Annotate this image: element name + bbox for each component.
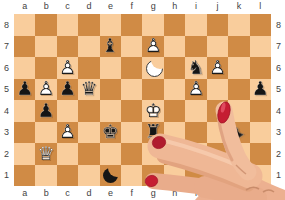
black-piece-glyph: ♚ <box>102 122 119 141</box>
rank-label-3: 3 <box>272 122 285 144</box>
square-f4[interactable] <box>121 100 142 122</box>
square-d4[interactable] <box>78 100 99 122</box>
square-l1[interactable] <box>250 165 271 187</box>
piece-white-queen[interactable]: ♛♕ <box>35 143 56 165</box>
square-k4[interactable] <box>228 100 249 122</box>
square-c6[interactable]: ♟♙ <box>57 57 78 79</box>
square-k7[interactable] <box>228 36 249 58</box>
black-piece-glyph: ♛ <box>80 79 97 98</box>
square-l2[interactable] <box>250 143 271 165</box>
square-l4[interactable] <box>250 100 271 122</box>
square-j2[interactable] <box>207 143 228 165</box>
square-k5[interactable] <box>228 79 249 101</box>
rank-label-6: 6 <box>272 57 285 79</box>
file-label-e: e <box>100 187 121 200</box>
square-a8[interactable] <box>14 14 35 36</box>
square-j8[interactable] <box>207 14 228 36</box>
square-i8[interactable] <box>185 14 206 36</box>
square-g7[interactable]: ♟♙ <box>142 36 163 58</box>
piece-white-pawn[interactable]: ♟♙ <box>57 57 78 79</box>
square-l7[interactable] <box>250 36 271 58</box>
square-g8[interactable] <box>142 14 163 36</box>
piece-black-king[interactable]: ♚ <box>100 122 121 144</box>
square-k2[interactable] <box>228 143 249 165</box>
piece-black-pawn[interactable]: ♟ <box>250 79 271 101</box>
rank-label-1: 1 <box>272 165 285 187</box>
rank-label-5: 5 <box>0 79 13 101</box>
square-h6[interactable] <box>164 57 185 79</box>
file-label-c: c <box>57 187 78 200</box>
rank-label-7: 7 <box>0 36 13 58</box>
square-c3[interactable]: ♟♙ <box>57 122 78 144</box>
square-f6[interactable] <box>121 57 142 79</box>
square-k3[interactable]: ♝ <box>228 122 249 144</box>
black-piece-glyph: ♟ <box>59 79 76 98</box>
square-i5[interactable]: ♟♙ <box>185 79 206 101</box>
square-e2[interactable] <box>100 143 121 165</box>
square-c8[interactable] <box>57 14 78 36</box>
file-label-g: g <box>143 0 164 13</box>
file-label-a: a <box>14 0 35 13</box>
file-label-d: d <box>78 187 99 200</box>
black-piece-glyph: ♟ <box>38 101 55 120</box>
file-label-d: d <box>78 0 99 13</box>
square-a1[interactable] <box>14 165 35 187</box>
file-label-l: l <box>250 0 271 13</box>
white-piece-outline: ♙ <box>59 122 76 141</box>
piece-black-queen[interactable]: ♛ <box>78 79 99 101</box>
file-labels-top: abcdefghijkl <box>14 0 271 13</box>
square-i2[interactable] <box>185 143 206 165</box>
square-c4[interactable] <box>57 100 78 122</box>
white-piece-outline: ♙ <box>209 58 226 77</box>
square-a7[interactable] <box>14 36 35 58</box>
white-piece-outline: ♙ <box>145 36 162 55</box>
piece-white-pawn[interactable]: ♟♙ <box>57 122 78 144</box>
square-l8[interactable] <box>250 14 271 36</box>
black-piece-glyph: ♜ <box>145 122 162 141</box>
square-d8[interactable] <box>78 14 99 36</box>
file-label-h: h <box>164 187 185 200</box>
rank-label-2: 2 <box>272 143 285 165</box>
square-h2[interactable] <box>164 143 185 165</box>
square-e3[interactable]: ♚ <box>100 122 121 144</box>
file-label-g: g <box>143 187 164 200</box>
file-label-b: b <box>35 187 56 200</box>
file-label-j: j <box>207 0 228 13</box>
white-piece-outline: ♕ <box>38 144 55 163</box>
file-label-f: f <box>121 0 142 13</box>
square-j6[interactable]: ♟♙ <box>207 57 228 79</box>
file-label-c: c <box>57 0 78 13</box>
square-h8[interactable] <box>164 14 185 36</box>
rank-label-4: 4 <box>0 100 13 122</box>
file-label-i: i <box>185 0 206 13</box>
piece-white-pawn[interactable]: ♟♙ <box>142 36 163 58</box>
chess-board[interactable]: ♝♟♙♟♙♞♟♙♟♟♙♟♛♟♙♟♟♚♔♟♙♚♜♝♛♕ <box>14 14 271 186</box>
file-label-l: l <box>250 187 271 200</box>
square-f7[interactable] <box>121 36 142 58</box>
file-label-h: h <box>164 0 185 13</box>
square-c2[interactable] <box>57 143 78 165</box>
piece-black-pawn[interactable]: ♟ <box>57 79 78 101</box>
file-label-a: a <box>14 187 35 200</box>
square-e8[interactable] <box>100 14 121 36</box>
square-c7[interactable] <box>57 36 78 58</box>
square-k1[interactable] <box>228 165 249 187</box>
piece-black-knight[interactable]: ♞ <box>185 57 206 79</box>
rank-label-3: 3 <box>0 122 13 144</box>
square-g2[interactable] <box>142 143 163 165</box>
square-k6[interactable] <box>228 57 249 79</box>
square-i4[interactable] <box>185 100 206 122</box>
square-g3[interactable]: ♜ <box>142 122 163 144</box>
white-piece-outline: ♙ <box>188 79 205 98</box>
square-i7[interactable] <box>185 36 206 58</box>
square-f5[interactable] <box>121 79 142 101</box>
square-f8[interactable] <box>121 14 142 36</box>
square-f1[interactable] <box>121 165 142 187</box>
piece-white-pawn[interactable]: ♟♙ <box>207 57 228 79</box>
square-a6[interactable] <box>14 57 35 79</box>
square-f2[interactable] <box>121 143 142 165</box>
square-b7[interactable] <box>35 36 56 58</box>
file-label-f: f <box>121 187 142 200</box>
square-d7[interactable] <box>78 36 99 58</box>
square-g6[interactable] <box>142 57 163 79</box>
file-label-e: e <box>100 0 121 13</box>
piece-white-king[interactable]: ♚♔ <box>142 100 163 122</box>
black-piece-glyph: ♝ <box>102 36 119 55</box>
square-g5[interactable] <box>142 79 163 101</box>
square-d2[interactable] <box>78 143 99 165</box>
file-label-b: b <box>35 0 56 13</box>
square-e6[interactable] <box>100 57 121 79</box>
piece-white-pawn[interactable]: ♟♙ <box>185 79 206 101</box>
square-d6[interactable] <box>78 57 99 79</box>
square-h1[interactable] <box>164 165 185 187</box>
square-j3[interactable] <box>207 122 228 144</box>
square-e1[interactable] <box>100 165 121 187</box>
square-a3[interactable] <box>14 122 35 144</box>
square-b6[interactable] <box>35 57 56 79</box>
square-b8[interactable] <box>35 14 56 36</box>
square-j1[interactable] <box>207 165 228 187</box>
square-i1[interactable] <box>185 165 206 187</box>
square-e7[interactable]: ♝ <box>100 36 121 58</box>
square-k8[interactable] <box>228 14 249 36</box>
square-i3[interactable] <box>185 122 206 144</box>
piece-black-pawn[interactable]: ♟ <box>35 100 56 122</box>
file-label-k: k <box>228 0 249 13</box>
file-label-k: k <box>228 187 249 200</box>
square-j7[interactable] <box>207 36 228 58</box>
rank-label-4: 4 <box>272 100 285 122</box>
rank-label-5: 5 <box>272 79 285 101</box>
square-e5[interactable] <box>100 79 121 101</box>
file-label-i: i <box>185 187 206 200</box>
square-g1[interactable] <box>142 165 163 187</box>
piece-black-bishop[interactable]: ♝ <box>228 122 249 144</box>
rank-label-6: 6 <box>0 57 13 79</box>
square-d5[interactable]: ♛ <box>78 79 99 101</box>
square-j5[interactable] <box>207 79 228 101</box>
rank-labels-right: 87654321 <box>272 14 285 186</box>
black-moon-piece[interactable] <box>103 168 118 183</box>
piece-white-pawn[interactable]: ♟♙ <box>35 79 56 101</box>
file-labels-bottom: abcdefghijkl <box>14 187 271 200</box>
rank-label-8: 8 <box>0 14 13 36</box>
white-piece-outline: ♙ <box>59 58 76 77</box>
rank-labels-left: 87654321 <box>0 14 13 186</box>
square-a2[interactable] <box>14 143 35 165</box>
square-b3[interactable] <box>35 122 56 144</box>
square-b5[interactable]: ♟♙ <box>35 79 56 101</box>
square-c1[interactable] <box>57 165 78 187</box>
black-piece-glyph: ♟ <box>16 79 33 98</box>
white-piece-outline: ♔ <box>145 101 162 120</box>
square-h5[interactable] <box>164 79 185 101</box>
square-b1[interactable] <box>35 165 56 187</box>
white-moon-piece[interactable] <box>146 60 163 77</box>
piece-black-bishop[interactable]: ♝ <box>100 36 121 58</box>
square-h3[interactable] <box>164 122 185 144</box>
square-j4[interactable] <box>207 100 228 122</box>
white-piece-outline: ♙ <box>38 79 55 98</box>
square-g4[interactable]: ♚♔ <box>142 100 163 122</box>
square-c5[interactable]: ♟ <box>57 79 78 101</box>
square-d3[interactable] <box>78 122 99 144</box>
square-i6[interactable]: ♞ <box>185 57 206 79</box>
chess-diagram: abcdefghijkl abcdefghijkl 87654321 87654… <box>0 0 285 200</box>
piece-black-rook[interactable]: ♜ <box>142 122 163 144</box>
square-h7[interactable] <box>164 36 185 58</box>
square-l3[interactable] <box>250 122 271 144</box>
file-label-j: j <box>207 187 228 200</box>
square-l6[interactable] <box>250 57 271 79</box>
square-f3[interactable] <box>121 122 142 144</box>
piece-black-pawn[interactable]: ♟ <box>14 79 35 101</box>
rank-label-8: 8 <box>272 14 285 36</box>
rank-label-7: 7 <box>272 36 285 58</box>
square-a5[interactable]: ♟ <box>14 79 35 101</box>
square-b2[interactable]: ♛♕ <box>35 143 56 165</box>
square-h4[interactable] <box>164 100 185 122</box>
black-piece-glyph: ♝ <box>228 122 249 144</box>
square-b4[interactable]: ♟ <box>35 100 56 122</box>
square-e4[interactable] <box>100 100 121 122</box>
square-d1[interactable] <box>78 165 99 187</box>
black-piece-glyph: ♞ <box>188 58 205 77</box>
square-l5[interactable]: ♟ <box>250 79 271 101</box>
rank-label-2: 2 <box>0 143 13 165</box>
black-piece-glyph: ♟ <box>252 79 269 98</box>
rank-label-1: 1 <box>0 165 13 187</box>
square-a4[interactable] <box>14 100 35 122</box>
